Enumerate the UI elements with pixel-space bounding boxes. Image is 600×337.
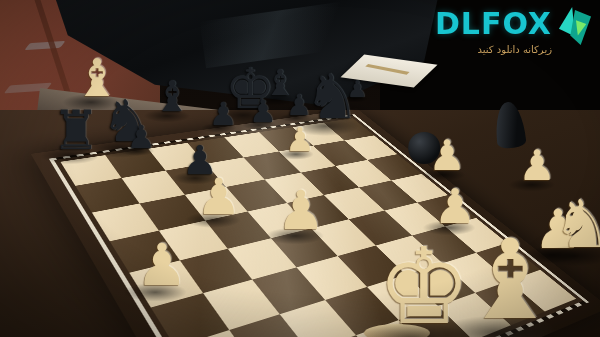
white-pawn[interactable]: ♟ bbox=[518, 145, 556, 187]
brand-logo-text: DLFOX bbox=[435, 6, 552, 41]
white-king[interactable]: ♚ bbox=[377, 235, 471, 337]
black-pawn[interactable]: ♟ bbox=[127, 121, 156, 153]
black-knight[interactable]: ♞ bbox=[304, 66, 360, 128]
fox-logo-icon bbox=[558, 6, 592, 46]
watermark: DLFOX زیرکانه دانلود کنید bbox=[422, 6, 592, 55]
chess-game-scene: ♝♟♝♚♝♟♟♞♟♞♟♟♜♟♟♟♟♟♟♟♞♟♝♚ DLFOX زیرکانه د… bbox=[0, 0, 600, 337]
white-bishop[interactable]: ♝ bbox=[461, 225, 560, 335]
black-ball-finial bbox=[408, 132, 440, 164]
white-pawn[interactable]: ♟ bbox=[285, 123, 315, 156]
black-rook[interactable]: ♜ bbox=[52, 104, 100, 158]
black-pawn[interactable]: ♟ bbox=[209, 98, 238, 130]
white-pawn[interactable]: ♟ bbox=[136, 236, 188, 294]
white-pawn[interactable]: ♟ bbox=[197, 172, 242, 222]
black-mitre-finial bbox=[493, 100, 526, 149]
black-pawn[interactable]: ♟ bbox=[249, 96, 277, 127]
black-bishop[interactable]: ♝ bbox=[153, 76, 191, 118]
white-pawn[interactable]: ♟ bbox=[277, 184, 325, 238]
white-knight[interactable]: ♞ bbox=[552, 192, 600, 258]
